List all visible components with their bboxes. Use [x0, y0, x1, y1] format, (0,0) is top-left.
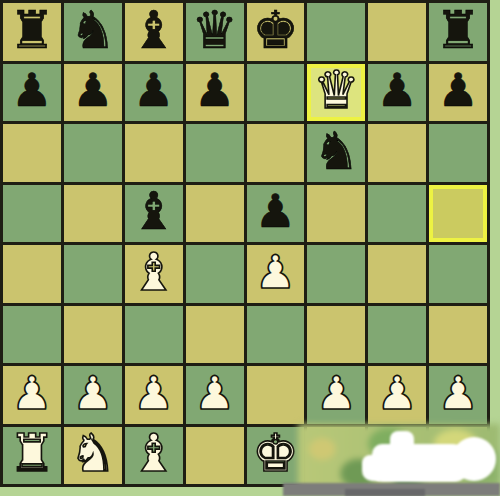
black-knight[interactable]: ♞	[70, 4, 117, 56]
square-d8[interactable]: ♛	[186, 3, 244, 61]
square-a8[interactable]: ♜	[3, 3, 61, 61]
square-h6[interactable]	[429, 124, 487, 182]
white-pawn[interactable]: ♟	[255, 249, 296, 295]
square-b5[interactable]	[64, 185, 122, 243]
square-a5[interactable]	[3, 185, 61, 243]
square-b7[interactable]: ♟	[64, 64, 122, 122]
white-pawn[interactable]: ♟	[133, 370, 174, 416]
square-a2[interactable]: ♟	[3, 366, 61, 424]
white-pawn[interactable]: ♟	[194, 370, 235, 416]
white-pawn[interactable]: ♟	[437, 370, 478, 416]
square-f6[interactable]: ♞	[307, 124, 365, 182]
square-g6[interactable]	[368, 124, 426, 182]
white-rook[interactable]: ♜	[9, 427, 56, 479]
watermark-blob-bump	[390, 431, 414, 449]
black-pawn[interactable]: ♟	[11, 67, 52, 113]
white-queen[interactable]: ♛	[313, 64, 360, 116]
square-d4[interactable]	[186, 245, 244, 303]
square-d3[interactable]	[186, 306, 244, 364]
square-e1[interactable]: ♚	[247, 427, 305, 485]
square-h2[interactable]: ♟	[429, 366, 487, 424]
watermark-grey-band-low	[345, 489, 425, 496]
square-h5[interactable]	[429, 185, 487, 243]
square-e3[interactable]	[247, 306, 305, 364]
black-king[interactable]: ♚	[252, 4, 299, 56]
square-a3[interactable]	[3, 306, 61, 364]
square-b8[interactable]: ♞	[64, 3, 122, 61]
square-a4[interactable]	[3, 245, 61, 303]
black-rook[interactable]: ♜	[435, 4, 482, 56]
white-pawn[interactable]: ♟	[316, 370, 357, 416]
square-d6[interactable]	[186, 124, 244, 182]
black-pawn[interactable]: ♟	[437, 67, 478, 113]
square-c8[interactable]: ♝	[125, 3, 183, 61]
white-pawn[interactable]: ♟	[377, 370, 418, 416]
black-knight[interactable]: ♞	[313, 125, 360, 177]
square-e7[interactable]	[247, 64, 305, 122]
square-d2[interactable]: ♟	[186, 366, 244, 424]
square-a7[interactable]: ♟	[3, 64, 61, 122]
square-f7[interactable]: ♛	[307, 64, 365, 122]
square-e6[interactable]	[247, 124, 305, 182]
square-e2[interactable]	[247, 366, 305, 424]
square-h4[interactable]	[429, 245, 487, 303]
square-c6[interactable]	[125, 124, 183, 182]
square-b3[interactable]	[64, 306, 122, 364]
square-e5[interactable]: ♟	[247, 185, 305, 243]
square-c7[interactable]: ♟	[125, 64, 183, 122]
board-margin-right	[490, 0, 500, 496]
square-a6[interactable]	[3, 124, 61, 182]
square-d5[interactable]	[186, 185, 244, 243]
square-d1[interactable]	[186, 427, 244, 485]
black-bishop[interactable]: ♝	[130, 4, 177, 56]
square-e4[interactable]: ♟	[247, 245, 305, 303]
square-f3[interactable]	[307, 306, 365, 364]
black-pawn[interactable]: ♟	[194, 67, 235, 113]
square-b2[interactable]: ♟	[64, 366, 122, 424]
square-b6[interactable]	[64, 124, 122, 182]
square-f4[interactable]	[307, 245, 365, 303]
square-a1[interactable]: ♜	[3, 427, 61, 485]
square-g8[interactable]	[368, 3, 426, 61]
black-pawn[interactable]: ♟	[377, 67, 418, 113]
chess-board: ♜♞♝♛♚♜♟♟♟♟♛♟♟♞♝♟♝♟♟♟♟♟♟♟♟♜♞♝♚	[0, 0, 490, 487]
watermark-blob-ring	[452, 437, 496, 481]
white-bishop[interactable]: ♝	[130, 246, 177, 298]
white-pawn[interactable]: ♟	[11, 370, 52, 416]
square-h3[interactable]	[429, 306, 487, 364]
square-g2[interactable]: ♟	[368, 366, 426, 424]
square-g7[interactable]: ♟	[368, 64, 426, 122]
square-c2[interactable]: ♟	[125, 366, 183, 424]
square-h7[interactable]: ♟	[429, 64, 487, 122]
square-c3[interactable]	[125, 306, 183, 364]
square-b4[interactable]	[64, 245, 122, 303]
square-f8[interactable]	[307, 3, 365, 61]
white-king[interactable]: ♚	[252, 427, 299, 479]
white-pawn[interactable]: ♟	[72, 370, 113, 416]
square-c5[interactable]: ♝	[125, 185, 183, 243]
black-queen[interactable]: ♛	[191, 4, 238, 56]
chess-app-window: ♜♞♝♛♚♜♟♟♟♟♛♟♟♞♝♟♝♟♟♟♟♟♟♟♟♜♞♝♚	[0, 0, 500, 496]
black-pawn[interactable]: ♟	[72, 67, 113, 113]
square-f5[interactable]	[307, 185, 365, 243]
square-g4[interactable]	[368, 245, 426, 303]
square-e8[interactable]: ♚	[247, 3, 305, 61]
square-g5[interactable]	[368, 185, 426, 243]
black-bishop[interactable]: ♝	[130, 185, 177, 237]
black-pawn[interactable]: ♟	[133, 67, 174, 113]
black-rook[interactable]: ♜	[9, 4, 56, 56]
square-c4[interactable]: ♝	[125, 245, 183, 303]
square-g3[interactable]	[368, 306, 426, 364]
black-pawn[interactable]: ♟	[255, 188, 296, 234]
square-c1[interactable]: ♝	[125, 427, 183, 485]
white-bishop[interactable]: ♝	[130, 427, 177, 479]
white-knight[interactable]: ♞	[70, 427, 117, 479]
square-f2[interactable]: ♟	[307, 366, 365, 424]
square-d7[interactable]: ♟	[186, 64, 244, 122]
square-h8[interactable]: ♜	[429, 3, 487, 61]
square-b1[interactable]: ♞	[64, 427, 122, 485]
